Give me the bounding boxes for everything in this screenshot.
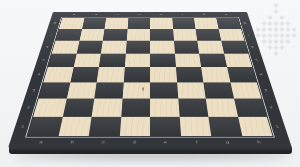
square-c5: [99, 53, 126, 67]
square-c6: [101, 41, 126, 54]
file-label-d-top: d: [128, 12, 150, 17]
file-label-a-bottom: a: [24, 137, 58, 147]
square-h5: [224, 53, 253, 67]
file-label-h-bottom: h: [242, 137, 276, 147]
square-g1: [208, 116, 242, 136]
square-c4: [97, 67, 125, 82]
square-h3: [230, 82, 261, 98]
square-e5: [150, 53, 176, 67]
square-f4: [176, 67, 204, 82]
square-h2: [234, 99, 267, 117]
square-f2: [178, 99, 208, 117]
square-a7: [56, 29, 82, 41]
square-c2: [92, 99, 122, 117]
square-e3: [150, 82, 178, 98]
square-c8: [105, 18, 129, 29]
file-label-b-top: b: [84, 12, 107, 17]
square-c1: [89, 116, 121, 136]
file-label-c-top: c: [106, 12, 128, 17]
file-label-h-top: h: [215, 12, 238, 17]
square-e6: [150, 41, 175, 54]
square-a2: [33, 99, 66, 117]
square-d1: [119, 116, 150, 136]
file-label-d-bottom: d: [119, 137, 150, 147]
square-f6: [174, 41, 199, 54]
square-e7: [150, 29, 174, 41]
file-label-f-bottom: f: [181, 137, 213, 147]
square-b8: [82, 18, 106, 29]
product-photo-background: abcdefgh abcdefgh 87654321 87654321: [0, 0, 300, 167]
square-b5: [73, 53, 101, 67]
square-g4: [201, 67, 230, 82]
square-h6: [221, 41, 248, 54]
square-b1: [58, 116, 92, 136]
square-b2: [62, 99, 94, 117]
file-label-e-top: e: [150, 12, 172, 17]
square-b4: [70, 67, 99, 82]
square-g2: [206, 99, 238, 117]
file-label-g-top: g: [193, 12, 216, 17]
square-b3: [66, 82, 96, 98]
square-f3: [177, 82, 206, 98]
square-g5: [199, 53, 227, 67]
square-f7: [173, 29, 197, 41]
chessboard: abcdefgh abcdefgh 87654321 87654321: [8, 12, 292, 148]
square-h7: [218, 29, 244, 41]
square-a5: [48, 53, 77, 67]
file-label-e-bottom: e: [150, 137, 181, 147]
square-b6: [76, 41, 102, 54]
square-a1: [27, 116, 62, 136]
square-a8: [59, 18, 84, 29]
square-f5: [175, 53, 202, 67]
square-d3: [122, 82, 150, 98]
square-a4: [43, 67, 73, 82]
square-e2: [150, 99, 179, 117]
square-c3: [94, 82, 123, 98]
square-b7: [79, 29, 104, 41]
chess-shop-emblem-watermark-icon: [253, 2, 299, 59]
file-label-c-bottom: c: [87, 137, 119, 147]
square-g3: [203, 82, 233, 98]
file-label-g-bottom: g: [211, 137, 244, 147]
square-h1: [238, 116, 273, 136]
square-f8: [172, 18, 196, 29]
square-d8: [127, 18, 150, 29]
square-e1: [150, 116, 181, 136]
square-d7: [126, 29, 150, 41]
square-g6: [197, 41, 223, 54]
file-label-a-top: a: [62, 12, 85, 17]
square-g8: [194, 18, 218, 29]
file-label-b-bottom: b: [56, 137, 89, 147]
square-d2: [121, 99, 150, 117]
square-d6: [125, 41, 150, 54]
square-e8: [150, 18, 173, 29]
square-a6: [52, 41, 79, 54]
square-a3: [39, 82, 70, 98]
square-c7: [103, 29, 127, 41]
board-squares: [27, 18, 272, 136]
square-e4: [150, 67, 177, 82]
square-h8: [216, 18, 241, 29]
file-label-f-top: f: [172, 12, 194, 17]
square-h4: [227, 67, 257, 82]
square-g7: [195, 29, 220, 41]
rank-label-8-right: 8: [238, 18, 251, 29]
square-d4: [123, 67, 150, 82]
square-d5: [124, 53, 150, 67]
square-f1: [179, 116, 211, 136]
file-labels-top: abcdefgh: [62, 12, 237, 17]
file-labels-bottom: abcdefgh: [24, 137, 276, 147]
